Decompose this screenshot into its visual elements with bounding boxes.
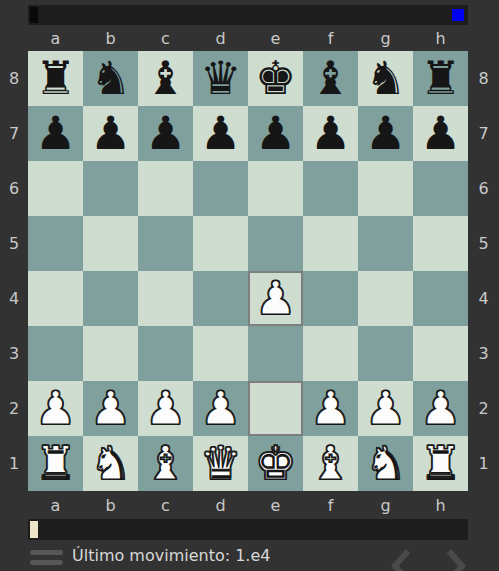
piece-white-queen: ♛ — [200, 436, 241, 491]
square-e4[interactable]: ♟ — [248, 271, 303, 326]
file-label: e — [248, 26, 303, 51]
move-slider-bar[interactable] — [28, 519, 468, 540]
square-b1[interactable]: ♞ — [83, 436, 138, 491]
rank-label: 7 — [0, 106, 28, 161]
square-d6[interactable] — [193, 161, 248, 216]
square-f2[interactable]: ♟ — [303, 381, 358, 436]
square-a4[interactable] — [28, 271, 83, 326]
piece-black-pawn: ♟ — [365, 106, 406, 161]
square-g2[interactable]: ♟ — [358, 381, 413, 436]
square-h5[interactable] — [413, 216, 468, 271]
square-f6[interactable] — [303, 161, 358, 216]
square-g5[interactable] — [358, 216, 413, 271]
square-a5[interactable] — [28, 216, 83, 271]
square-c3[interactable] — [138, 326, 193, 381]
square-e7[interactable]: ♟ — [248, 106, 303, 161]
piece-black-bishop: ♝ — [145, 51, 186, 106]
piece-white-pawn: ♟ — [365, 381, 406, 436]
square-d3[interactable] — [193, 326, 248, 381]
piece-black-bishop: ♝ — [310, 51, 351, 106]
menu-icon-bar — [30, 560, 63, 565]
square-d4[interactable] — [193, 271, 248, 326]
rank-label: 3 — [0, 326, 28, 381]
square-d8[interactable]: ♛ — [193, 51, 248, 106]
square-h7[interactable]: ♟ — [413, 106, 468, 161]
square-h2[interactable]: ♟ — [413, 381, 468, 436]
piece-black-pawn: ♟ — [145, 106, 186, 161]
rank-label: 6 — [468, 161, 499, 216]
square-c6[interactable] — [138, 161, 193, 216]
piece-white-pawn: ♟ — [310, 381, 351, 436]
rank-label: 7 — [468, 106, 499, 161]
top-progress-bar[interactable] — [28, 5, 468, 25]
file-label: e — [248, 491, 303, 519]
square-f1[interactable]: ♝ — [303, 436, 358, 491]
piece-white-rook: ♜ — [420, 436, 461, 491]
square-g3[interactable] — [358, 326, 413, 381]
square-f5[interactable] — [303, 216, 358, 271]
square-f4[interactable] — [303, 271, 358, 326]
rank-label: 6 — [0, 161, 28, 216]
square-f7[interactable]: ♟ — [303, 106, 358, 161]
rank-label: 5 — [0, 216, 28, 271]
square-a8[interactable]: ♜ — [28, 51, 83, 106]
square-d2[interactable]: ♟ — [193, 381, 248, 436]
square-b8[interactable]: ♞ — [83, 51, 138, 106]
piece-white-knight: ♞ — [90, 436, 131, 491]
rank-label: 4 — [0, 271, 28, 326]
square-b7[interactable]: ♟ — [83, 106, 138, 161]
file-label: b — [83, 491, 138, 519]
piece-black-pawn: ♟ — [255, 106, 296, 161]
file-label: d — [193, 26, 248, 51]
piece-black-pawn: ♟ — [420, 106, 461, 161]
blue-marker — [452, 9, 464, 21]
piece-black-queen: ♛ — [200, 51, 241, 106]
square-b6[interactable] — [83, 161, 138, 216]
chevron-right-icon — [449, 551, 462, 571]
square-g4[interactable] — [358, 271, 413, 326]
rank-label: 1 — [468, 436, 499, 491]
piece-white-pawn: ♟ — [90, 381, 131, 436]
file-label: a — [28, 491, 83, 519]
file-label: h — [413, 26, 468, 51]
piece-white-king: ♚ — [255, 436, 296, 491]
square-h6[interactable] — [413, 161, 468, 216]
piece-white-rook: ♜ — [35, 436, 76, 491]
last-move-label: Último movimiento: 1.e4 — [72, 546, 270, 565]
rank-labels-right: 87654321 — [468, 51, 499, 491]
piece-black-knight: ♞ — [365, 51, 406, 106]
square-h4[interactable] — [413, 271, 468, 326]
chevron-left-icon — [395, 551, 408, 571]
square-a7[interactable]: ♟ — [28, 106, 83, 161]
file-label: h — [413, 491, 468, 519]
file-labels-bottom: abcdefgh — [28, 491, 468, 519]
file-label: f — [303, 26, 358, 51]
square-c5[interactable] — [138, 216, 193, 271]
square-b5[interactable] — [83, 216, 138, 271]
square-g8[interactable]: ♞ — [358, 51, 413, 106]
square-e2[interactable] — [248, 381, 303, 436]
previous-move-button[interactable] — [388, 548, 414, 571]
square-b3[interactable] — [83, 326, 138, 381]
rank-label: 5 — [468, 216, 499, 271]
square-e1[interactable]: ♚ — [248, 436, 303, 491]
rank-label: 4 — [468, 271, 499, 326]
rank-label: 3 — [468, 326, 499, 381]
file-label: g — [358, 491, 413, 519]
menu-icon-bar — [30, 550, 63, 555]
piece-black-rook: ♜ — [420, 51, 461, 106]
piece-white-pawn: ♟ — [145, 381, 186, 436]
piece-white-bishop: ♝ — [145, 436, 186, 491]
slider-handle[interactable] — [30, 521, 38, 538]
piece-white-pawn: ♟ — [255, 271, 296, 326]
square-d5[interactable] — [193, 216, 248, 271]
square-e6[interactable] — [248, 161, 303, 216]
square-c4[interactable] — [138, 271, 193, 326]
square-d7[interactable]: ♟ — [193, 106, 248, 161]
square-g1[interactable]: ♞ — [358, 436, 413, 491]
square-b2[interactable]: ♟ — [83, 381, 138, 436]
file-label: c — [138, 491, 193, 519]
square-e8[interactable]: ♚ — [248, 51, 303, 106]
piece-white-pawn: ♟ — [35, 381, 76, 436]
rank-label: 2 — [468, 381, 499, 436]
square-h8[interactable]: ♜ — [413, 51, 468, 106]
piece-black-pawn: ♟ — [35, 106, 76, 161]
square-d1[interactable]: ♛ — [193, 436, 248, 491]
square-a1[interactable]: ♜ — [28, 436, 83, 491]
square-h1[interactable]: ♜ — [413, 436, 468, 491]
rank-labels-left: 87654321 — [0, 51, 28, 491]
top-bar-handle[interactable] — [30, 7, 38, 23]
square-h3[interactable] — [413, 326, 468, 381]
file-label: c — [138, 26, 193, 51]
square-e3[interactable] — [248, 326, 303, 381]
file-label: a — [28, 26, 83, 51]
square-c7[interactable]: ♟ — [138, 106, 193, 161]
piece-white-bishop: ♝ — [310, 436, 351, 491]
square-c8[interactable]: ♝ — [138, 51, 193, 106]
file-label: b — [83, 26, 138, 51]
piece-white-pawn: ♟ — [200, 381, 241, 436]
square-g7[interactable]: ♟ — [358, 106, 413, 161]
rank-label: 1 — [0, 436, 28, 491]
chess-board[interactable]: ♜♞♝♛♚♝♞♜♟♟♟♟♟♟♟♟♟♟♟♟♟♟♟♟♜♞♝♛♚♝♞♜ — [28, 51, 468, 491]
square-b4[interactable] — [83, 271, 138, 326]
next-move-button[interactable] — [443, 548, 469, 571]
square-g6[interactable] — [358, 161, 413, 216]
piece-black-pawn: ♟ — [200, 106, 241, 161]
piece-white-pawn: ♟ — [420, 381, 461, 436]
file-labels-top: abcdefgh — [28, 26, 468, 51]
piece-black-pawn: ♟ — [310, 106, 351, 161]
piece-black-knight: ♞ — [90, 51, 131, 106]
rank-label: 8 — [0, 51, 28, 106]
piece-white-knight: ♞ — [365, 436, 406, 491]
square-c1[interactable]: ♝ — [138, 436, 193, 491]
menu-icon[interactable] — [30, 550, 63, 570]
file-label: d — [193, 491, 248, 519]
square-f3[interactable] — [303, 326, 358, 381]
rank-label: 8 — [468, 51, 499, 106]
square-e5[interactable] — [248, 216, 303, 271]
file-label: f — [303, 491, 358, 519]
square-c2[interactable]: ♟ — [138, 381, 193, 436]
square-a2[interactable]: ♟ — [28, 381, 83, 436]
file-label: g — [358, 26, 413, 51]
piece-black-rook: ♜ — [35, 51, 76, 106]
square-f8[interactable]: ♝ — [303, 51, 358, 106]
square-a3[interactable] — [28, 326, 83, 381]
piece-black-king: ♚ — [255, 51, 296, 106]
square-a6[interactable] — [28, 161, 83, 216]
rank-label: 2 — [0, 381, 28, 436]
piece-black-pawn: ♟ — [90, 106, 131, 161]
